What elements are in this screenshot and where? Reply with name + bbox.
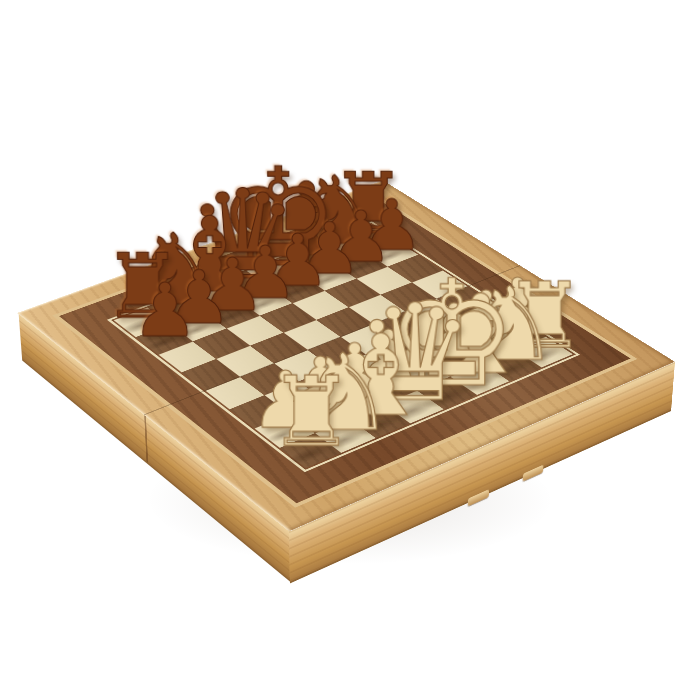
piece-shadow	[399, 369, 438, 388]
piece-shadow	[464, 343, 502, 361]
piece-shadow	[262, 425, 302, 445]
piece-shadow	[343, 231, 388, 251]
piece-black-bishop-f8: ♝	[248, 170, 362, 271]
piece-black-knight-g8: ♞	[280, 164, 393, 259]
product-photo-scene: ♜♞♝♛♚♝♞♜♟♟♟♟♟♟♟♟♟♟♟♟♟♟♟♟♜♞♝♛♚♝♞♜	[0, 0, 700, 700]
piece-black-rook-h8: ♜	[311, 162, 424, 246]
piece-black-bishop-c8: ♝	[150, 204, 267, 307]
piece-shadow	[496, 330, 533, 348]
piece-shadow	[279, 254, 327, 276]
piece-white-knight-g1: ♞	[451, 274, 573, 376]
fold-seam-side	[144, 413, 148, 463]
piece-shadow	[371, 248, 407, 264]
piece-shadow	[518, 345, 566, 368]
piece-shadow	[332, 397, 371, 416]
piece-shadow	[276, 284, 313, 301]
piece-white-rook-h1: ♜	[483, 270, 604, 361]
